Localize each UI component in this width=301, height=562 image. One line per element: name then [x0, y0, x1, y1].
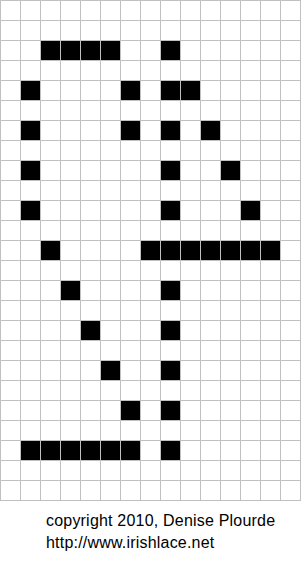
empty-cell — [281, 161, 301, 181]
empty-cell — [41, 481, 61, 501]
empty-cell — [181, 41, 201, 61]
empty-cell — [81, 281, 101, 301]
empty-cell — [261, 301, 281, 321]
empty-cell — [261, 81, 281, 101]
empty-cell — [101, 401, 121, 421]
empty-cell — [181, 441, 201, 461]
filled-cell — [101, 361, 121, 381]
empty-cell — [101, 61, 121, 81]
empty-cell — [221, 101, 241, 121]
empty-cell — [281, 221, 301, 241]
empty-cell — [241, 81, 261, 101]
filled-cell — [161, 401, 181, 421]
empty-cell — [261, 141, 281, 161]
empty-cell — [21, 341, 41, 361]
empty-cell — [101, 221, 121, 241]
empty-cell — [1, 141, 21, 161]
empty-cell — [81, 121, 101, 141]
empty-cell — [221, 201, 241, 221]
empty-cell — [81, 481, 101, 501]
filled-cell — [121, 401, 141, 421]
empty-cell — [281, 41, 301, 61]
empty-cell — [181, 461, 201, 481]
empty-cell — [81, 401, 101, 421]
empty-cell — [61, 161, 81, 181]
empty-cell — [221, 361, 241, 381]
filled-cell — [201, 241, 221, 261]
empty-cell — [141, 101, 161, 121]
empty-cell — [21, 261, 41, 281]
empty-cell — [221, 481, 241, 501]
empty-cell — [101, 321, 121, 341]
empty-cell — [121, 381, 141, 401]
empty-cell — [261, 281, 281, 301]
empty-cell — [181, 361, 201, 381]
empty-cell — [181, 401, 201, 421]
empty-cell — [161, 261, 181, 281]
empty-cell — [281, 341, 301, 361]
empty-cell — [221, 41, 241, 61]
empty-cell — [261, 461, 281, 481]
empty-cell — [181, 381, 201, 401]
empty-cell — [201, 81, 221, 101]
empty-cell — [221, 61, 241, 81]
empty-cell — [81, 461, 101, 481]
empty-cell — [1, 361, 21, 381]
empty-cell — [1, 301, 21, 321]
empty-cell — [121, 321, 141, 341]
empty-cell — [261, 161, 281, 181]
empty-cell — [81, 361, 101, 381]
filled-cell — [121, 441, 141, 461]
empty-cell — [121, 61, 141, 81]
empty-cell — [61, 121, 81, 141]
empty-cell — [221, 321, 241, 341]
empty-cell — [41, 221, 61, 241]
filled-cell — [161, 201, 181, 221]
empty-cell — [21, 141, 41, 161]
empty-cell — [261, 381, 281, 401]
empty-cell — [261, 1, 281, 21]
empty-cell — [121, 161, 141, 181]
empty-cell — [41, 61, 61, 81]
empty-cell — [21, 41, 41, 61]
empty-cell — [161, 61, 181, 81]
filled-cell — [121, 121, 141, 141]
empty-cell — [61, 21, 81, 41]
empty-cell — [181, 161, 201, 181]
filled-cell — [61, 441, 81, 461]
empty-cell — [281, 321, 301, 341]
empty-cell — [81, 381, 101, 401]
empty-cell — [201, 61, 221, 81]
empty-cell — [121, 301, 141, 321]
empty-cell — [41, 401, 61, 421]
empty-cell — [281, 21, 301, 41]
empty-cell — [141, 61, 161, 81]
empty-cell — [201, 461, 221, 481]
empty-cell — [101, 341, 121, 361]
empty-cell — [61, 321, 81, 341]
filled-cell — [161, 441, 181, 461]
empty-cell — [201, 261, 221, 281]
empty-cell — [261, 201, 281, 221]
empty-cell — [181, 481, 201, 501]
empty-cell — [121, 461, 141, 481]
empty-cell — [81, 301, 101, 321]
empty-cell — [201, 141, 221, 161]
empty-cell — [181, 321, 201, 341]
empty-cell — [81, 241, 101, 261]
empty-cell — [161, 181, 181, 201]
empty-cell — [261, 101, 281, 121]
filled-cell — [221, 161, 241, 181]
empty-cell — [261, 341, 281, 361]
empty-cell — [161, 221, 181, 241]
empty-cell — [241, 461, 261, 481]
empty-cell — [1, 21, 21, 41]
empty-cell — [281, 101, 301, 121]
filled-cell — [161, 121, 181, 141]
empty-cell — [281, 361, 301, 381]
empty-cell — [221, 421, 241, 441]
empty-cell — [261, 401, 281, 421]
empty-cell — [121, 481, 141, 501]
empty-cell — [21, 61, 41, 81]
filled-cell — [41, 241, 61, 261]
empty-cell — [81, 101, 101, 121]
empty-cell — [81, 141, 101, 161]
empty-cell — [41, 281, 61, 301]
empty-cell — [81, 61, 101, 81]
empty-cell — [21, 221, 41, 241]
empty-cell — [261, 61, 281, 81]
empty-cell — [1, 441, 21, 461]
copyright-footer: copyright 2010, Denise Plourde http://ww… — [0, 510, 301, 554]
empty-cell — [281, 81, 301, 101]
empty-cell — [41, 1, 61, 21]
empty-cell — [221, 1, 241, 21]
empty-cell — [141, 281, 161, 301]
empty-cell — [281, 301, 301, 321]
filled-cell — [161, 241, 181, 261]
empty-cell — [241, 181, 261, 201]
empty-cell — [81, 221, 101, 241]
empty-cell — [61, 341, 81, 361]
empty-cell — [241, 441, 261, 461]
empty-cell — [261, 421, 281, 441]
empty-cell — [61, 461, 81, 481]
empty-cell — [141, 181, 161, 201]
empty-cell — [281, 61, 301, 81]
empty-cell — [201, 361, 221, 381]
empty-cell — [261, 121, 281, 141]
empty-cell — [181, 141, 201, 161]
empty-cell — [241, 41, 261, 61]
empty-cell — [1, 281, 21, 301]
empty-cell — [201, 221, 221, 241]
empty-cell — [241, 301, 261, 321]
empty-cell — [1, 201, 21, 221]
empty-cell — [161, 481, 181, 501]
filled-cell — [21, 201, 41, 221]
empty-cell — [21, 301, 41, 321]
empty-cell — [141, 461, 161, 481]
empty-cell — [281, 401, 301, 421]
empty-cell — [61, 221, 81, 241]
empty-cell — [241, 421, 261, 441]
empty-cell — [281, 461, 301, 481]
empty-cell — [61, 81, 81, 101]
empty-cell — [101, 481, 121, 501]
empty-cell — [281, 261, 301, 281]
empty-cell — [261, 481, 281, 501]
empty-cell — [181, 341, 201, 361]
empty-cell — [241, 61, 261, 81]
empty-cell — [201, 41, 221, 61]
empty-cell — [141, 341, 161, 361]
empty-cell — [141, 261, 161, 281]
empty-cell — [261, 21, 281, 41]
empty-cell — [281, 421, 301, 441]
empty-cell — [21, 461, 41, 481]
empty-cell — [241, 21, 261, 41]
empty-cell — [101, 161, 121, 181]
empty-cell — [221, 141, 241, 161]
empty-cell — [101, 201, 121, 221]
empty-cell — [221, 261, 241, 281]
empty-cell — [221, 401, 241, 421]
empty-cell — [81, 161, 101, 181]
empty-cell — [181, 61, 201, 81]
empty-cell — [221, 381, 241, 401]
empty-cell — [101, 1, 121, 21]
empty-cell — [261, 321, 281, 341]
empty-cell — [21, 401, 41, 421]
empty-cell — [161, 421, 181, 441]
filled-cell — [81, 321, 101, 341]
empty-cell — [221, 441, 241, 461]
empty-cell — [261, 261, 281, 281]
empty-cell — [121, 341, 141, 361]
filled-cell — [21, 441, 41, 461]
empty-cell — [221, 281, 241, 301]
empty-cell — [201, 281, 221, 301]
empty-cell — [101, 241, 121, 261]
filled-cell — [121, 81, 141, 101]
empty-cell — [121, 181, 141, 201]
empty-cell — [61, 381, 81, 401]
empty-cell — [221, 341, 241, 361]
empty-cell — [221, 121, 241, 141]
empty-cell — [21, 181, 41, 201]
empty-cell — [121, 261, 141, 281]
empty-cell — [21, 421, 41, 441]
empty-cell — [1, 181, 21, 201]
empty-cell — [81, 421, 101, 441]
empty-cell — [201, 201, 221, 221]
empty-cell — [21, 281, 41, 301]
empty-cell — [61, 261, 81, 281]
empty-cell — [1, 101, 21, 121]
empty-cell — [241, 281, 261, 301]
empty-cell — [41, 321, 61, 341]
empty-cell — [241, 401, 261, 421]
empty-cell — [261, 221, 281, 241]
empty-cell — [141, 301, 161, 321]
empty-cell — [201, 321, 221, 341]
empty-cell — [101, 301, 121, 321]
empty-cell — [141, 81, 161, 101]
empty-cell — [61, 401, 81, 421]
empty-cell — [21, 101, 41, 121]
empty-cell — [141, 1, 161, 21]
empty-cell — [161, 21, 181, 41]
empty-cell — [1, 321, 21, 341]
empty-cell — [181, 121, 201, 141]
empty-cell — [161, 1, 181, 21]
empty-cell — [261, 181, 281, 201]
empty-cell — [181, 261, 201, 281]
filled-cell — [21, 81, 41, 101]
empty-cell — [81, 341, 101, 361]
empty-cell — [221, 301, 241, 321]
filled-cell — [61, 281, 81, 301]
empty-cell — [141, 21, 161, 41]
empty-cell — [1, 221, 21, 241]
empty-cell — [41, 361, 61, 381]
empty-cell — [141, 221, 161, 241]
filled-cell — [41, 41, 61, 61]
filled-cell — [161, 281, 181, 301]
empty-cell — [241, 141, 261, 161]
empty-cell — [21, 241, 41, 261]
empty-cell — [21, 1, 41, 21]
empty-cell — [121, 1, 141, 21]
empty-cell — [21, 381, 41, 401]
empty-cell — [61, 301, 81, 321]
empty-cell — [21, 481, 41, 501]
empty-cell — [181, 421, 201, 441]
empty-cell — [1, 161, 21, 181]
filled-cell — [241, 241, 261, 261]
empty-cell — [201, 1, 221, 21]
filled-cell — [161, 161, 181, 181]
empty-cell — [141, 41, 161, 61]
empty-cell — [1, 341, 21, 361]
empty-cell — [61, 241, 81, 261]
filled-cell — [81, 41, 101, 61]
empty-cell — [261, 41, 281, 61]
empty-cell — [141, 481, 161, 501]
empty-cell — [141, 141, 161, 161]
empty-cell — [41, 341, 61, 361]
empty-cell — [281, 201, 301, 221]
empty-cell — [21, 361, 41, 381]
empty-cell — [161, 141, 181, 161]
empty-cell — [41, 141, 61, 161]
empty-cell — [1, 381, 21, 401]
empty-cell — [141, 421, 161, 441]
empty-cell — [161, 461, 181, 481]
empty-cell — [141, 401, 161, 421]
empty-cell — [121, 101, 141, 121]
empty-cell — [61, 61, 81, 81]
empty-cell — [121, 281, 141, 301]
empty-cell — [141, 361, 161, 381]
website-url: http://www.irishlace.net — [46, 532, 301, 554]
empty-cell — [41, 181, 61, 201]
filled-cell — [81, 441, 101, 461]
empty-cell — [161, 301, 181, 321]
empty-cell — [121, 221, 141, 241]
empty-cell — [101, 381, 121, 401]
empty-cell — [181, 181, 201, 201]
empty-cell — [1, 61, 21, 81]
empty-cell — [121, 421, 141, 441]
empty-cell — [241, 481, 261, 501]
empty-cell — [61, 361, 81, 381]
empty-cell — [201, 301, 221, 321]
copyright-text: copyright 2010, Denise Plourde — [46, 510, 301, 532]
empty-cell — [281, 241, 301, 261]
empty-cell — [281, 441, 301, 461]
empty-cell — [241, 221, 261, 241]
empty-cell — [281, 481, 301, 501]
empty-cell — [281, 121, 301, 141]
empty-cell — [161, 341, 181, 361]
empty-cell — [121, 361, 141, 381]
empty-cell — [241, 321, 261, 341]
empty-cell — [41, 201, 61, 221]
empty-cell — [61, 421, 81, 441]
empty-cell — [101, 81, 121, 101]
empty-cell — [181, 281, 201, 301]
empty-cell — [1, 481, 21, 501]
filled-cell — [21, 161, 41, 181]
empty-cell — [121, 201, 141, 221]
empty-cell — [81, 201, 101, 221]
empty-cell — [41, 381, 61, 401]
empty-cell — [141, 161, 161, 181]
empty-cell — [201, 441, 221, 461]
empty-cell — [221, 21, 241, 41]
filled-cell — [161, 321, 181, 341]
empty-cell — [281, 181, 301, 201]
empty-cell — [101, 281, 121, 301]
empty-cell — [1, 1, 21, 21]
filled-cell — [161, 81, 181, 101]
empty-cell — [241, 381, 261, 401]
empty-cell — [81, 1, 101, 21]
empty-cell — [121, 21, 141, 41]
empty-cell — [241, 361, 261, 381]
filled-cell — [181, 241, 201, 261]
filled-cell — [201, 121, 221, 141]
empty-cell — [41, 461, 61, 481]
empty-cell — [101, 421, 121, 441]
filled-cell — [101, 441, 121, 461]
empty-cell — [1, 241, 21, 261]
empty-cell — [41, 421, 61, 441]
empty-cell — [221, 221, 241, 241]
empty-cell — [281, 381, 301, 401]
empty-cell — [201, 341, 221, 361]
empty-cell — [221, 181, 241, 201]
empty-cell — [41, 101, 61, 121]
empty-cell — [141, 201, 161, 221]
empty-cell — [181, 221, 201, 241]
